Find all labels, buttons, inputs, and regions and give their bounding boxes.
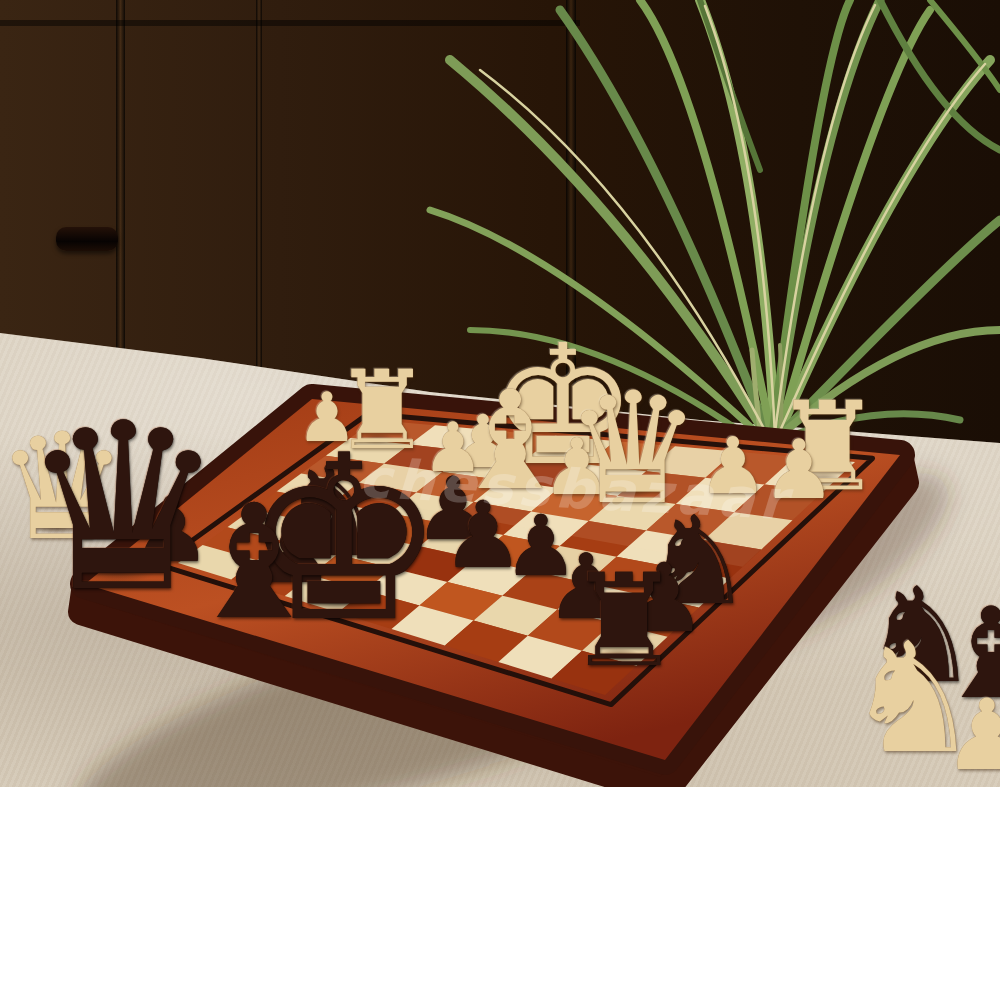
chess-set-photo: ♟♜♚♟♟♝♜♟♟♛♟♛♟♞♟♟♟♛♟♞♚♝♟♟♜♞♝♞♟ chessbazaa… [0,0,1000,1000]
bottom-letterbox [0,787,1000,1000]
